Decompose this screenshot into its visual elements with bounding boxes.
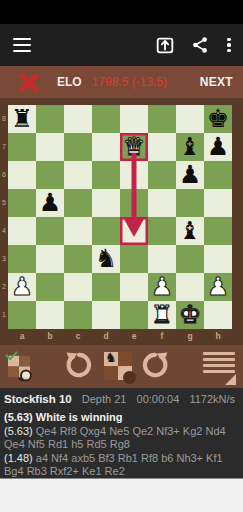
- move-list-icon[interactable]: [203, 352, 235, 382]
- magnifier-icon: [20, 369, 32, 381]
- app-toolbar: [0, 24, 243, 66]
- square-h8[interactable]: ♚: [204, 105, 232, 133]
- square-f6[interactable]: [148, 161, 176, 189]
- file-label-d: d: [92, 330, 120, 345]
- square-a1[interactable]: [8, 301, 36, 329]
- square-e3[interactable]: [120, 245, 148, 273]
- square-a8[interactable]: ♜: [8, 105, 36, 133]
- square-a7[interactable]: [8, 133, 36, 161]
- file-label-h: h: [204, 330, 232, 345]
- square-e2[interactable]: [120, 273, 148, 301]
- square-a4[interactable]: [8, 217, 36, 245]
- board-grid[interactable]: ♜♚♛♝♟♟♟♝♞♟♟♟♜♚: [8, 105, 232, 329]
- square-d6[interactable]: [92, 161, 120, 189]
- square-d4[interactable]: [92, 217, 120, 245]
- square-g7[interactable]: ♝: [176, 133, 204, 161]
- menu-icon[interactable]: [13, 38, 31, 52]
- square-b1[interactable]: [36, 301, 64, 329]
- square-b6[interactable]: [36, 161, 64, 189]
- line-score: (1.48): [4, 452, 36, 464]
- white-pawn: ♟: [151, 273, 173, 301]
- white-queen: ♛: [123, 133, 145, 161]
- elo-rating: 1798.5 (-13.5): [92, 75, 167, 89]
- square-c6[interactable]: [64, 161, 92, 189]
- engine-panel[interactable]: Stockfish 10 Depth 21 00:00:04 1172kN/s …: [0, 388, 243, 478]
- eval-summary: (5.63) White is winning: [4, 411, 239, 424]
- square-f7[interactable]: [148, 133, 176, 161]
- white-pawn: ♟: [11, 273, 33, 301]
- square-g5[interactable]: [176, 189, 204, 217]
- file-label-e: e: [120, 330, 148, 345]
- square-a2[interactable]: ♟: [8, 273, 36, 301]
- square-g1[interactable]: ♚: [176, 301, 204, 329]
- white-king: ♚: [179, 301, 201, 329]
- black-knight: ♞: [95, 245, 117, 273]
- rank-label-4: 4: [0, 217, 8, 245]
- rank-label-7: 7: [0, 133, 8, 161]
- black-rook: ♜: [11, 105, 33, 133]
- square-d7[interactable]: [92, 133, 120, 161]
- rank-label-1: 1: [0, 301, 8, 329]
- undo-icon[interactable]: [63, 349, 95, 385]
- square-f8[interactable]: [148, 105, 176, 133]
- square-c1[interactable]: [64, 301, 92, 329]
- bottom-filler: [0, 478, 243, 512]
- file-labels: abcdefgh: [8, 330, 232, 345]
- square-d2[interactable]: [92, 273, 120, 301]
- square-e6[interactable]: [120, 161, 148, 189]
- square-f1[interactable]: ♜: [148, 301, 176, 329]
- square-f4[interactable]: [148, 217, 176, 245]
- file-label-b: b: [36, 330, 64, 345]
- square-d3[interactable]: ♞: [92, 245, 120, 273]
- next-button[interactable]: NEXT: [200, 75, 233, 89]
- square-c5[interactable]: [64, 189, 92, 217]
- rank-label-6: 6: [0, 161, 8, 189]
- engine-time: 00:00:04: [137, 393, 180, 405]
- square-a5[interactable]: [8, 189, 36, 217]
- square-e8[interactable]: [120, 105, 148, 133]
- line-moves: a4 Nf4 axb5 Bf3 Rb1 Rf8 b6 Nh3+ Kf1 Bg4 …: [4, 452, 223, 477]
- rank-labels: 87654321: [0, 105, 8, 329]
- line-score: (5.63): [4, 425, 36, 437]
- black-bishop: ♝: [179, 217, 201, 245]
- square-e4[interactable]: [120, 217, 148, 245]
- square-b5[interactable]: ♟: [36, 189, 64, 217]
- square-c7[interactable]: [64, 133, 92, 161]
- square-b3[interactable]: [36, 245, 64, 273]
- square-h7[interactable]: ♟: [204, 133, 232, 161]
- square-c8[interactable]: [64, 105, 92, 133]
- square-e1[interactable]: [120, 301, 148, 329]
- square-f5[interactable]: [148, 189, 176, 217]
- square-b8[interactable]: [36, 105, 64, 133]
- square-c2[interactable]: [64, 273, 92, 301]
- square-d5[interactable]: [92, 189, 120, 217]
- engine-name: Stockfish 10: [4, 393, 72, 405]
- square-h2[interactable]: ♟: [204, 273, 232, 301]
- engine-line-1[interactable]: (5.63) Qe4 Rf8 Qxg4 Ne5 Qe2 Nf3+ Kg2 Nd4…: [4, 425, 239, 451]
- white-rook: ♜: [151, 301, 173, 329]
- elo-label: ELO: [57, 75, 82, 89]
- engine-lines: (5.63) Qe4 Rf8 Qxg4 Ne5 Qe2 Nf3+ Kg2 Nd4…: [4, 425, 239, 478]
- rank-label-2: 2: [0, 273, 8, 301]
- square-b2[interactable]: [36, 273, 64, 301]
- overflow-icon[interactable]: [224, 38, 234, 53]
- engine-line-2[interactable]: (1.48) a4 Nf4 axb5 Bf3 Rb1 Rf8 b6 Nh3+ K…: [4, 452, 239, 478]
- setup-board-icon[interactable]: ♞: [104, 352, 134, 382]
- square-g6[interactable]: ♟: [176, 161, 204, 189]
- close-icon[interactable]: [18, 72, 40, 92]
- black-king: ♚: [207, 105, 229, 133]
- black-pawn: ♟: [39, 189, 61, 217]
- rank-label-8: 8: [0, 105, 8, 133]
- square-h5[interactable]: [204, 189, 232, 217]
- white-pawn: ♟: [207, 273, 229, 301]
- file-label-c: c: [64, 330, 92, 345]
- export-icon[interactable]: [154, 34, 176, 56]
- share-icon[interactable]: [189, 34, 211, 56]
- analysis-board-icon[interactable]: [5, 352, 32, 381]
- file-label-g: g: [176, 330, 204, 345]
- rank-label-3: 3: [0, 245, 8, 273]
- bottom-toolbar: ♞: [0, 345, 243, 388]
- elo-bar: ELO 1798.5 (-13.5) NEXT: [0, 66, 243, 98]
- engine-header: Stockfish 10 Depth 21 00:00:04 1172kN/s: [4, 392, 239, 406]
- square-e7[interactable]: ♛: [120, 133, 148, 161]
- engine-speed: 1172kN/s: [189, 393, 235, 405]
- square-h6[interactable]: [204, 161, 232, 189]
- knight-icon: ♞: [105, 350, 117, 365]
- square-d8[interactable]: [92, 105, 120, 133]
- square-a3[interactable]: [8, 245, 36, 273]
- file-label-f: f: [148, 330, 176, 345]
- line-moves: Qe4 Rf8 Qxg4 Ne5 Qe2 Nf3+ Kg2 Nd4 Qe4 Nf…: [4, 425, 226, 450]
- square-g8[interactable]: [176, 105, 204, 133]
- engine-depth: Depth 21: [82, 393, 127, 405]
- square-g4[interactable]: ♝: [176, 217, 204, 245]
- black-pawn: ♟: [207, 133, 229, 161]
- square-c3[interactable]: [64, 245, 92, 273]
- square-a6[interactable]: [8, 161, 36, 189]
- square-h1[interactable]: [204, 301, 232, 329]
- square-b7[interactable]: [36, 133, 64, 161]
- square-c4[interactable]: [64, 217, 92, 245]
- square-d1[interactable]: [92, 301, 120, 329]
- file-label-a: a: [8, 330, 36, 345]
- square-h4[interactable]: [204, 217, 232, 245]
- square-b4[interactable]: [36, 217, 64, 245]
- square-h3[interactable]: [204, 245, 232, 273]
- square-g2[interactable]: [176, 273, 204, 301]
- chess-analysis-app: ELO 1798.5 (-13.5) NEXT 87654321 ♜♚♛♝♟♟♟…: [0, 0, 243, 512]
- status-bar: [0, 0, 243, 24]
- square-e5[interactable]: [120, 189, 148, 217]
- chess-board: 87654321 ♜♚♛♝♟♟♟♝♞♟♟♟♜♚ abcdefgh: [0, 98, 243, 345]
- redo-icon[interactable]: [139, 349, 171, 385]
- square-f3[interactable]: [148, 245, 176, 273]
- square-g3[interactable]: [176, 245, 204, 273]
- black-bishop: ♝: [179, 133, 201, 161]
- black-pawn: ♟: [179, 161, 201, 189]
- square-f2[interactable]: ♟: [148, 273, 176, 301]
- rank-label-5: 5: [0, 189, 8, 217]
